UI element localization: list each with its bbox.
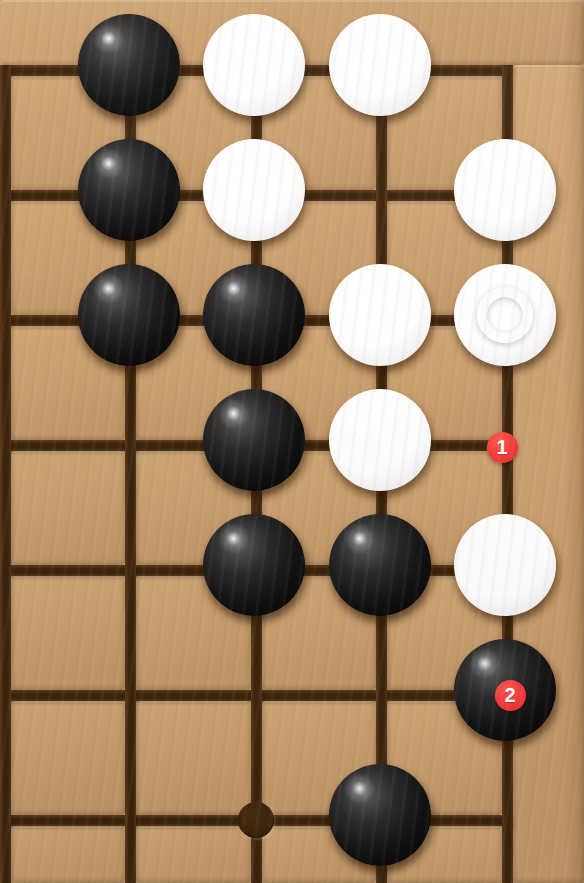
- white-stone: [454, 514, 556, 616]
- circle-mark: [477, 287, 533, 343]
- black-stone: [78, 139, 180, 241]
- white-stone: [329, 389, 431, 491]
- black-stone: [329, 764, 431, 866]
- board-cell: [11, 826, 126, 883]
- white-stone: [203, 139, 305, 241]
- board-cell: [11, 701, 126, 815]
- black-stone: [203, 514, 305, 616]
- black-stone: [78, 264, 180, 366]
- grid-line-vertical: [0, 65, 11, 883]
- white-stone: [329, 264, 431, 366]
- white-stone: [454, 264, 556, 366]
- move-badge-2: 2: [495, 680, 526, 711]
- move-badge-1: 1: [487, 432, 518, 463]
- white-stone: [454, 139, 556, 241]
- black-stone: [78, 14, 180, 116]
- white-stone: [203, 14, 305, 116]
- white-stone: [329, 14, 431, 116]
- board-cell: [11, 451, 126, 565]
- board-cell: [136, 826, 251, 883]
- star-point: [238, 802, 274, 838]
- board-cell: [136, 701, 251, 815]
- board-cell: [11, 576, 126, 690]
- black-stone: [329, 514, 431, 616]
- black-stone: [203, 264, 305, 366]
- go-board[interactable]: 21: [0, 0, 584, 883]
- black-stone: [203, 389, 305, 491]
